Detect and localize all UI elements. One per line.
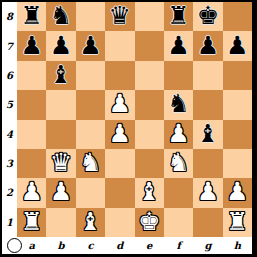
square-c6[interactable]: [76, 61, 105, 90]
square-d8[interactable]: ♛: [105, 2, 134, 31]
piece-black-pawn-b7[interactable]: ♟: [50, 33, 72, 58]
square-a4[interactable]: [17, 120, 46, 149]
piece-black-pawn-c7[interactable]: ♟: [79, 33, 101, 58]
piece-white-pawn-b2[interactable]: ♟: [50, 179, 72, 204]
square-b6[interactable]: ♝: [46, 61, 75, 90]
piece-white-pawn-d5[interactable]: ♟: [109, 91, 131, 116]
square-a5[interactable]: [17, 90, 46, 119]
square-e5[interactable]: [135, 90, 164, 119]
square-d7[interactable]: [105, 31, 134, 60]
square-f4[interactable]: ♟: [164, 120, 193, 149]
square-a3[interactable]: [17, 149, 46, 178]
square-d3[interactable]: [105, 149, 134, 178]
square-b4[interactable]: [46, 120, 75, 149]
piece-black-pawn-h7[interactable]: ♟: [226, 33, 248, 58]
square-d2[interactable]: [105, 178, 134, 207]
square-d6[interactable]: [105, 61, 134, 90]
piece-black-knight-b8[interactable]: ♞: [50, 3, 72, 28]
piece-white-rook-a1[interactable]: ♜: [20, 209, 42, 234]
chess-board[interactable]: ♜♞♛♜♚♟♟♟♟♟♟♝♟♞♟♟♝♛♞♞♟♟♝♟♟♜♝♚♜: [17, 2, 252, 237]
square-e3[interactable]: [135, 149, 164, 178]
rank-label-1: 1: [2, 208, 17, 237]
square-e2[interactable]: ♝: [135, 178, 164, 207]
square-c4[interactable]: [76, 120, 105, 149]
square-e4[interactable]: [135, 120, 164, 149]
file-label-h: h: [223, 237, 252, 254]
piece-white-pawn-h2[interactable]: ♟: [226, 179, 248, 204]
white-to-move-indicator: [7, 238, 22, 253]
rank-label-3: 3: [2, 149, 17, 178]
piece-white-pawn-a2[interactable]: ♟: [20, 179, 42, 204]
square-e1[interactable]: ♚: [135, 208, 164, 237]
square-c1[interactable]: ♝: [76, 208, 105, 237]
square-h3[interactable]: [223, 149, 252, 178]
piece-black-rook-a8[interactable]: ♜: [20, 3, 42, 28]
file-label-e: e: [135, 237, 164, 254]
rank-label-8: 8: [2, 2, 17, 31]
square-f2[interactable]: [164, 178, 193, 207]
file-labels: abcdefgh: [17, 237, 252, 254]
piece-white-pawn-g2[interactable]: ♟: [197, 179, 219, 204]
piece-black-rook-f8[interactable]: ♜: [167, 3, 189, 28]
square-b2[interactable]: ♟: [46, 178, 75, 207]
chess-diagram: 87654321 ♜♞♛♜♚♟♟♟♟♟♟♝♟♞♟♟♝♛♞♞♟♟♝♟♟♜♝♚♜ a…: [0, 0, 257, 257]
square-a8[interactable]: ♜: [17, 2, 46, 31]
rank-label-4: 4: [2, 120, 17, 149]
square-e7[interactable]: [135, 31, 164, 60]
square-g1[interactable]: [193, 208, 222, 237]
piece-black-knight-f5[interactable]: ♞: [167, 91, 189, 116]
square-g7[interactable]: ♟: [193, 31, 222, 60]
square-f5[interactable]: ♞: [164, 90, 193, 119]
square-d4[interactable]: ♟: [105, 120, 134, 149]
square-c2[interactable]: [76, 178, 105, 207]
square-f7[interactable]: ♟: [164, 31, 193, 60]
rank-labels: 87654321: [2, 2, 17, 237]
square-a2[interactable]: ♟: [17, 178, 46, 207]
piece-white-bishop-c1[interactable]: ♝: [79, 209, 101, 234]
square-b8[interactable]: ♞: [46, 2, 75, 31]
square-g6[interactable]: [193, 61, 222, 90]
piece-white-king-e1[interactable]: ♚: [138, 209, 160, 234]
square-g4[interactable]: ♝: [193, 120, 222, 149]
file-label-b: b: [46, 237, 75, 254]
rank-label-5: 5: [2, 90, 17, 119]
board-panel: 87654321 ♜♞♛♜♚♟♟♟♟♟♟♝♟♞♟♟♝♛♞♞♟♟♝♟♟♜♝♚♜ a…: [2, 2, 252, 254]
square-e6[interactable]: [135, 61, 164, 90]
square-a7[interactable]: ♟: [17, 31, 46, 60]
square-h5[interactable]: [223, 90, 252, 119]
piece-white-pawn-f4[interactable]: ♟: [167, 121, 189, 146]
file-label-c: c: [76, 237, 105, 254]
square-a1[interactable]: ♜: [17, 208, 46, 237]
piece-white-knight-c3[interactable]: ♞: [79, 150, 101, 175]
square-f8[interactable]: ♜: [164, 2, 193, 31]
square-f6[interactable]: [164, 61, 193, 90]
rank-label-7: 7: [2, 31, 17, 60]
piece-white-knight-f3[interactable]: ♞: [167, 150, 189, 175]
piece-black-pawn-a7[interactable]: ♟: [20, 33, 42, 58]
piece-black-king-g8[interactable]: ♚: [197, 3, 219, 28]
square-b5[interactable]: [46, 90, 75, 119]
square-g2[interactable]: ♟: [193, 178, 222, 207]
square-d1[interactable]: [105, 208, 134, 237]
square-d5[interactable]: ♟: [105, 90, 134, 119]
square-c5[interactable]: [76, 90, 105, 119]
rank-label-2: 2: [2, 178, 17, 207]
square-h1[interactable]: ♜: [223, 208, 252, 237]
square-h7[interactable]: ♟: [223, 31, 252, 60]
file-label-g: g: [193, 237, 222, 254]
piece-white-bishop-e2[interactable]: ♝: [138, 179, 160, 204]
file-label-d: d: [105, 237, 134, 254]
square-f3[interactable]: ♞: [164, 149, 193, 178]
square-h4[interactable]: [223, 120, 252, 149]
piece-black-pawn-g7[interactable]: ♟: [197, 33, 219, 58]
piece-white-queen-b3[interactable]: ♛: [50, 150, 72, 175]
rank-label-6: 6: [2, 61, 17, 90]
piece-black-queen-d8[interactable]: ♛: [109, 3, 131, 28]
square-c8[interactable]: [76, 2, 105, 31]
file-label-f: f: [164, 237, 193, 254]
square-a6[interactable]: [17, 61, 46, 90]
square-h8[interactable]: [223, 2, 252, 31]
piece-white-pawn-d4[interactable]: ♟: [109, 121, 131, 146]
square-g5[interactable]: [193, 90, 222, 119]
square-h6[interactable]: [223, 61, 252, 90]
square-c7[interactable]: ♟: [76, 31, 105, 60]
square-h2[interactable]: ♟: [223, 178, 252, 207]
square-c3[interactable]: ♞: [76, 149, 105, 178]
piece-black-pawn-f7[interactable]: ♟: [167, 33, 189, 58]
square-e8[interactable]: [135, 2, 164, 31]
piece-black-bishop-b6[interactable]: ♝: [50, 62, 72, 87]
square-g8[interactable]: ♚: [193, 2, 222, 31]
piece-white-rook-h1[interactable]: ♜: [226, 209, 248, 234]
square-b7[interactable]: ♟: [46, 31, 75, 60]
piece-black-bishop-g4[interactable]: ♝: [197, 121, 219, 146]
square-b3[interactable]: ♛: [46, 149, 75, 178]
square-g3[interactable]: [193, 149, 222, 178]
square-f1[interactable]: [164, 208, 193, 237]
square-b1[interactable]: [46, 208, 75, 237]
